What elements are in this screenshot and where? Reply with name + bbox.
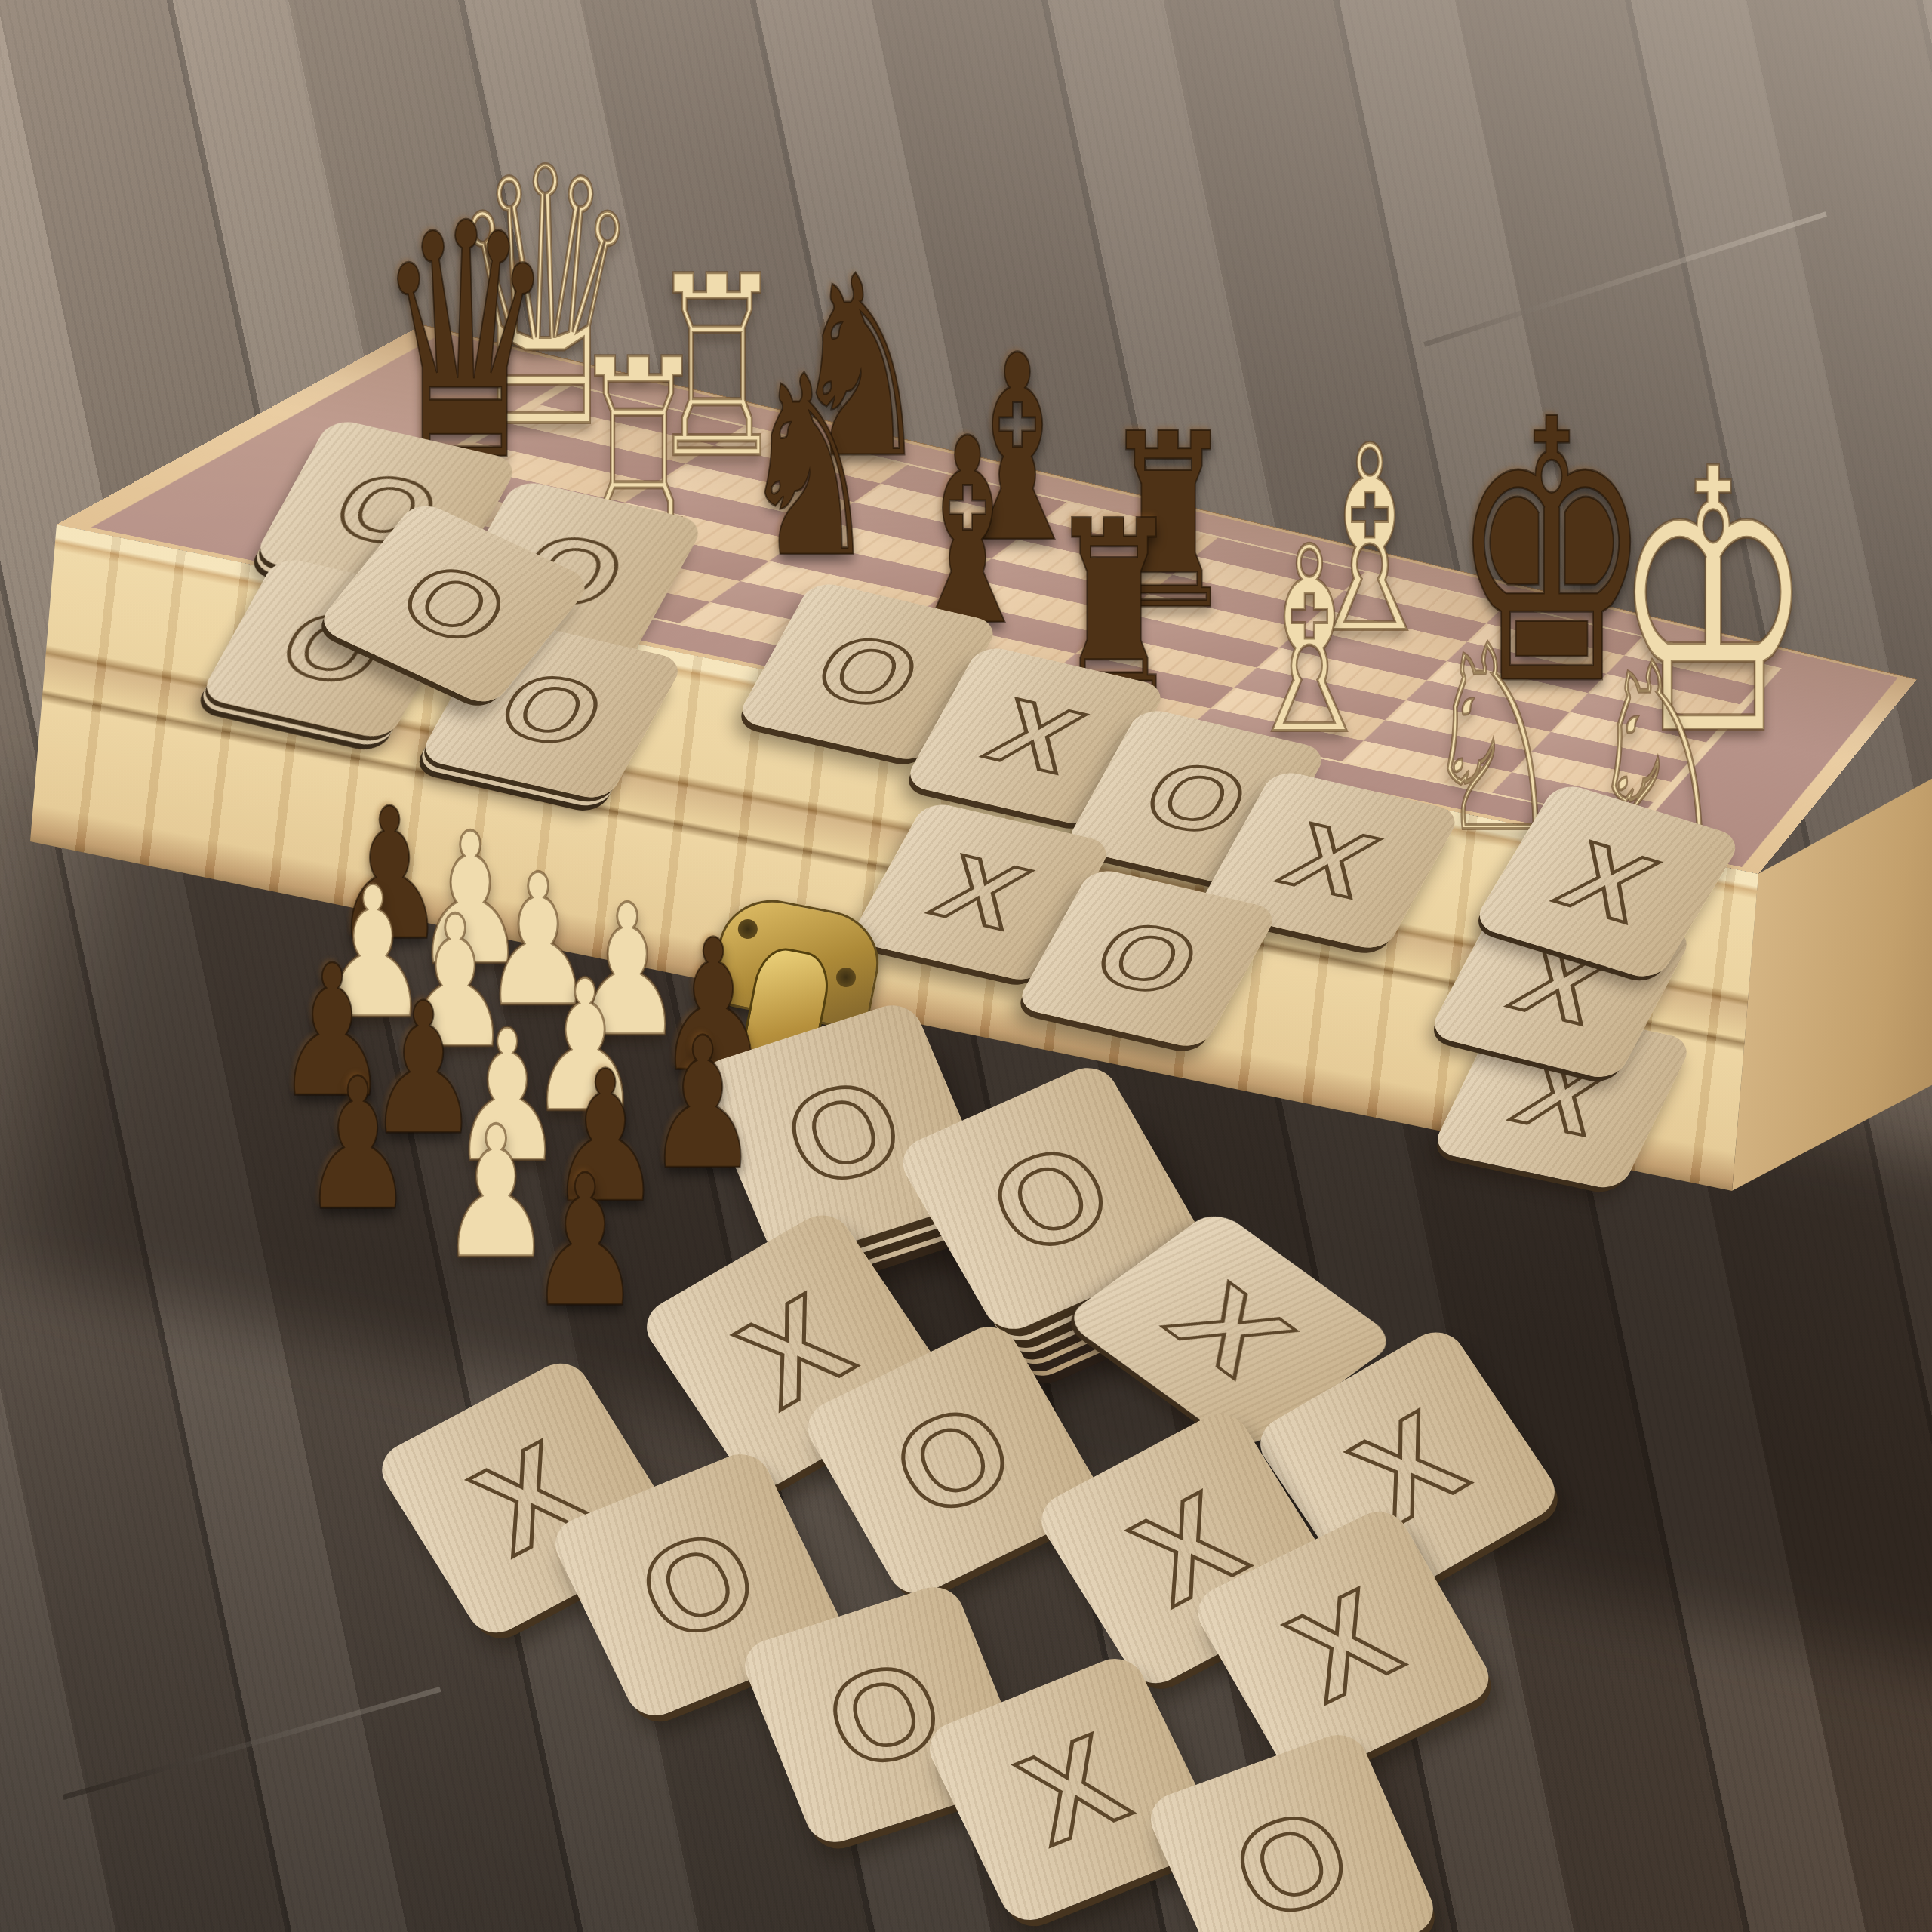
tile-letter: X [1544, 826, 1671, 936]
tile-letter: X [920, 841, 1042, 943]
tile-letter: O [970, 1121, 1131, 1275]
dark-pawn[interactable]: ♟ [301, 1054, 415, 1235]
dark-pawn[interactable]: ♟ [528, 1151, 642, 1332]
tile-letter: O [801, 619, 936, 724]
tile-letter: O [621, 1507, 776, 1663]
tile-letter: O [382, 546, 527, 662]
light-bishop[interactable]: ♗ [1238, 513, 1381, 770]
tile-letter: X [1002, 1714, 1143, 1864]
tile-letter: O [768, 1057, 920, 1208]
scene: OOOOOOXOXXOXXXOOXXXOXXOXOXO ♛♕♖♖♞♞♝♝♜♜♗♗… [0, 0, 1932, 1932]
tile-letter: O [873, 1381, 1033, 1540]
dark-pawn[interactable]: ♟ [646, 1014, 760, 1195]
tile-letter: X [974, 685, 1097, 786]
tile-letter: X [1270, 1569, 1417, 1721]
tile-letter: O [1080, 906, 1215, 1011]
tile-letter: O [1216, 1787, 1367, 1932]
tile-letter: X [1269, 809, 1391, 911]
dark-knight[interactable]: ♞ [740, 343, 878, 592]
tile-letter: X [1147, 1269, 1313, 1390]
